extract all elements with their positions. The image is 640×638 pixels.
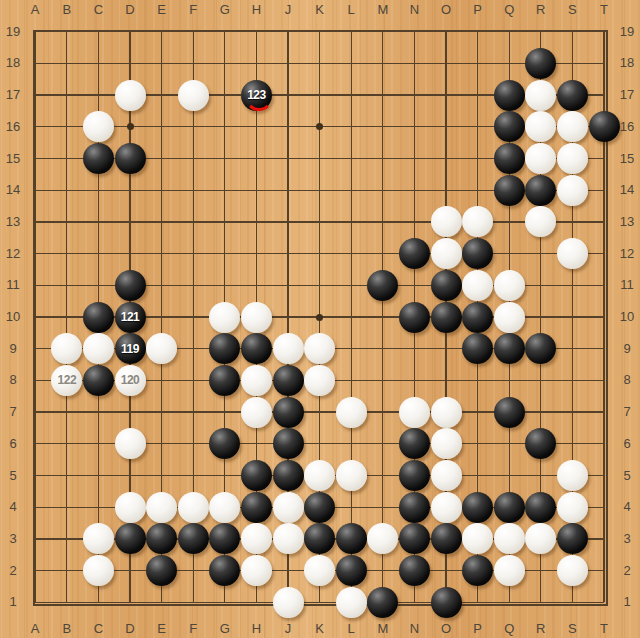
coord-label-top-Q: Q — [496, 2, 522, 18]
stone-white-O13 — [431, 206, 462, 237]
coord-label-bottom-F: F — [180, 621, 206, 637]
stone-black-P10 — [462, 302, 493, 333]
coord-label-bottom-R: R — [528, 621, 554, 637]
coord-label-top-G: G — [212, 2, 238, 18]
coord-label-bottom-E: E — [149, 621, 175, 637]
coord-label-left-1: 1 — [0, 594, 26, 610]
move-number-121: 121 — [121, 311, 140, 323]
stone-black-J5 — [273, 460, 304, 491]
stone-white-H8 — [241, 365, 272, 396]
coord-label-top-B: B — [54, 2, 80, 18]
coord-label-right-19: 19 — [614, 24, 640, 40]
coord-label-bottom-Q: Q — [496, 621, 522, 637]
coord-label-bottom-D: D — [117, 621, 143, 637]
stone-white-S15 — [557, 143, 588, 174]
stone-white-B8: 122 — [51, 365, 82, 396]
coord-label-left-4: 4 — [0, 499, 26, 515]
coord-label-right-10: 10 — [614, 309, 640, 325]
stone-white-K2 — [304, 555, 335, 586]
stone-white-F4 — [178, 492, 209, 523]
coord-label-left-19: 19 — [0, 24, 26, 40]
coord-label-top-E: E — [149, 2, 175, 18]
stone-black-P2 — [462, 555, 493, 586]
coord-label-left-2: 2 — [0, 563, 26, 579]
coord-label-bottom-P: P — [465, 621, 491, 637]
coord-label-right-9: 9 — [614, 341, 640, 357]
coord-label-left-12: 12 — [0, 246, 26, 262]
stone-white-J1 — [273, 587, 304, 618]
coord-label-right-12: 12 — [614, 246, 640, 262]
stone-black-N6 — [399, 428, 430, 459]
coord-label-top-F: F — [180, 2, 206, 18]
stone-black-D11 — [115, 270, 146, 301]
coord-label-left-5: 5 — [0, 468, 26, 484]
coord-label-top-M: M — [370, 2, 396, 18]
coord-label-left-13: 13 — [0, 214, 26, 230]
stone-black-D10: 121 — [115, 302, 146, 333]
coord-label-bottom-N: N — [401, 621, 427, 637]
stone-black-N2 — [399, 555, 430, 586]
coord-label-bottom-L: L — [338, 621, 364, 637]
coord-label-left-16: 16 — [0, 119, 26, 135]
stone-white-C16 — [83, 111, 114, 142]
coord-label-left-17: 17 — [0, 87, 26, 103]
coord-label-left-9: 9 — [0, 341, 26, 357]
stone-black-D9: 119 — [115, 333, 146, 364]
coord-label-right-16: 16 — [614, 119, 640, 135]
move-number-119: 119 — [121, 343, 139, 355]
stone-white-R17 — [525, 80, 556, 111]
stone-black-Q17 — [494, 80, 525, 111]
coord-label-top-O: O — [433, 2, 459, 18]
stone-white-S5 — [557, 460, 588, 491]
stone-white-S2 — [557, 555, 588, 586]
coord-label-top-H: H — [243, 2, 269, 18]
coord-label-top-A: A — [22, 2, 48, 18]
stone-black-E2 — [146, 555, 177, 586]
stone-white-J4 — [273, 492, 304, 523]
stone-black-J7 — [273, 397, 304, 428]
coord-label-left-11: 11 — [0, 277, 26, 293]
stone-white-J3 — [273, 523, 304, 554]
stone-black-Q9 — [494, 333, 525, 364]
coord-label-right-4: 4 — [614, 499, 640, 515]
coord-label-left-10: 10 — [0, 309, 26, 325]
stone-white-D4 — [115, 492, 146, 523]
coord-label-bottom-J: J — [275, 621, 301, 637]
coord-label-top-L: L — [338, 2, 364, 18]
stone-black-S17 — [557, 80, 588, 111]
stone-white-P11 — [462, 270, 493, 301]
stone-black-P4 — [462, 492, 493, 523]
stone-white-C9 — [83, 333, 114, 364]
stone-white-Q2 — [494, 555, 525, 586]
stone-white-L1 — [336, 587, 367, 618]
stone-black-H5 — [241, 460, 272, 491]
coord-label-top-K: K — [307, 2, 333, 18]
stone-black-C8 — [83, 365, 114, 396]
coord-label-left-14: 14 — [0, 182, 26, 198]
stone-white-Q10 — [494, 302, 525, 333]
coord-label-bottom-O: O — [433, 621, 459, 637]
go-board[interactable]: 123121119122120AABBCCDDEEFFGGHHJJKKLLMMN… — [0, 0, 640, 638]
stone-black-M1 — [367, 587, 398, 618]
stone-black-D3 — [115, 523, 146, 554]
coord-label-bottom-G: G — [212, 621, 238, 637]
coord-label-right-6: 6 — [614, 436, 640, 452]
coord-label-bottom-K: K — [307, 621, 333, 637]
coord-label-right-5: 5 — [614, 468, 640, 484]
stone-white-O5 — [431, 460, 462, 491]
coord-label-bottom-H: H — [243, 621, 269, 637]
stone-white-S14 — [557, 175, 588, 206]
stone-black-H9 — [241, 333, 272, 364]
coord-label-left-6: 6 — [0, 436, 26, 452]
stone-white-O6 — [431, 428, 462, 459]
stone-white-S4 — [557, 492, 588, 523]
coord-label-bottom-S: S — [559, 621, 585, 637]
stone-black-D15 — [115, 143, 146, 174]
stone-white-O7 — [431, 397, 462, 428]
stone-white-Q11 — [494, 270, 525, 301]
stone-black-H4 — [241, 492, 272, 523]
stone-white-G4 — [209, 492, 240, 523]
stone-white-F17 — [178, 80, 209, 111]
coord-label-right-7: 7 — [614, 404, 640, 420]
stone-black-M11 — [367, 270, 398, 301]
stone-white-Q3 — [494, 523, 525, 554]
coord-label-right-2: 2 — [614, 563, 640, 579]
stone-black-N5 — [399, 460, 430, 491]
stone-black-O1 — [431, 587, 462, 618]
stone-black-Q14 — [494, 175, 525, 206]
stone-black-Q4 — [494, 492, 525, 523]
stone-white-N7 — [399, 397, 430, 428]
stone-white-L5 — [336, 460, 367, 491]
stone-black-L3 — [336, 523, 367, 554]
coord-label-left-8: 8 — [0, 372, 26, 388]
stone-black-F3 — [178, 523, 209, 554]
stone-black-C15 — [83, 143, 114, 174]
coord-label-top-C: C — [85, 2, 111, 18]
stone-white-D8: 120 — [115, 365, 146, 396]
stone-white-O4 — [431, 492, 462, 523]
coord-label-top-D: D — [117, 2, 143, 18]
move-number-122: 122 — [58, 374, 77, 386]
coord-label-top-P: P — [465, 2, 491, 18]
coord-label-bottom-M: M — [370, 621, 396, 637]
coord-label-bottom-A: A — [22, 621, 48, 637]
coord-label-right-18: 18 — [614, 55, 640, 71]
coord-label-top-R: R — [528, 2, 554, 18]
stone-white-C2 — [83, 555, 114, 586]
stone-black-H17: 123 — [241, 80, 272, 111]
coord-label-left-3: 3 — [0, 531, 26, 547]
stone-white-S12 — [557, 238, 588, 269]
stone-black-K4 — [304, 492, 335, 523]
stone-white-H2 — [241, 555, 272, 586]
stone-black-Q15 — [494, 143, 525, 174]
stone-black-O11 — [431, 270, 462, 301]
coord-label-bottom-B: B — [54, 621, 80, 637]
stone-black-N10 — [399, 302, 430, 333]
stone-white-E4 — [146, 492, 177, 523]
coord-label-left-7: 7 — [0, 404, 26, 420]
coord-label-left-15: 15 — [0, 151, 26, 167]
star-point — [316, 314, 323, 321]
stone-white-D17 — [115, 80, 146, 111]
star-point — [127, 123, 134, 130]
coord-label-right-1: 1 — [614, 594, 640, 610]
stone-black-P12 — [462, 238, 493, 269]
stone-black-J6 — [273, 428, 304, 459]
coord-label-top-S: S — [559, 2, 585, 18]
coord-label-right-17: 17 — [614, 87, 640, 103]
stone-white-H7 — [241, 397, 272, 428]
stone-white-K8 — [304, 365, 335, 396]
stone-black-J8 — [273, 365, 304, 396]
coord-label-right-8: 8 — [614, 372, 640, 388]
stone-black-Q7 — [494, 397, 525, 428]
stone-white-H10 — [241, 302, 272, 333]
stone-black-G8 — [209, 365, 240, 396]
move-number-123: 123 — [247, 89, 266, 101]
stone-black-N4 — [399, 492, 430, 523]
move-number-120: 120 — [121, 374, 140, 386]
coord-label-right-15: 15 — [614, 151, 640, 167]
coord-label-bottom-T: T — [591, 621, 617, 637]
coord-label-left-18: 18 — [0, 55, 26, 71]
coord-label-right-13: 13 — [614, 214, 640, 230]
stone-white-G10 — [209, 302, 240, 333]
stone-black-C10 — [83, 302, 114, 333]
coord-label-top-N: N — [401, 2, 427, 18]
coord-label-right-14: 14 — [614, 182, 640, 198]
stone-white-J9 — [273, 333, 304, 364]
coord-label-top-T: T — [591, 2, 617, 18]
stone-black-R14 — [525, 175, 556, 206]
stone-white-S16 — [557, 111, 588, 142]
stone-white-L7 — [336, 397, 367, 428]
stone-black-R4 — [525, 492, 556, 523]
stone-black-O10 — [431, 302, 462, 333]
stone-white-D6 — [115, 428, 146, 459]
coord-label-right-11: 11 — [614, 277, 640, 293]
stone-black-O3 — [431, 523, 462, 554]
stone-black-N12 — [399, 238, 430, 269]
coord-label-bottom-C: C — [85, 621, 111, 637]
coord-label-top-J: J — [275, 2, 301, 18]
coord-label-right-3: 3 — [614, 531, 640, 547]
stone-black-L2 — [336, 555, 367, 586]
stone-white-K5 — [304, 460, 335, 491]
stone-black-Q16 — [494, 111, 525, 142]
stone-white-O12 — [431, 238, 462, 269]
stone-black-R18 — [525, 48, 556, 79]
